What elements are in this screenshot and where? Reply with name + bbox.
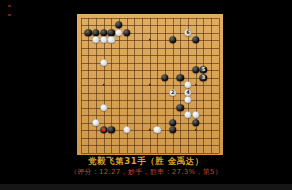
white-stone: 2 bbox=[169, 89, 176, 96]
white-stone bbox=[100, 59, 107, 66]
white-stone bbox=[154, 126, 161, 133]
black-stone bbox=[123, 29, 130, 36]
black-stone bbox=[169, 119, 176, 126]
grid-line bbox=[81, 93, 219, 94]
white-stone bbox=[108, 36, 115, 43]
grid-line bbox=[81, 153, 219, 154]
move-number-label: 4 bbox=[186, 90, 189, 95]
black-stone bbox=[108, 126, 115, 133]
letterbox-strip bbox=[0, 184, 292, 190]
move-number-label: 3 bbox=[202, 75, 205, 80]
grid-line bbox=[81, 100, 219, 101]
black-stone bbox=[169, 36, 176, 43]
video-artifact-speck bbox=[8, 14, 11, 16]
black-stone bbox=[169, 126, 176, 133]
grid-line bbox=[219, 18, 220, 153]
white-stone: 4 bbox=[184, 89, 191, 96]
grid-line bbox=[203, 18, 204, 153]
black-stone bbox=[177, 104, 184, 111]
black-stone bbox=[115, 21, 122, 28]
white-stone bbox=[192, 111, 199, 118]
white-stone bbox=[92, 36, 99, 43]
move-number-label: 6 bbox=[186, 30, 189, 35]
video-artifact-speck bbox=[8, 5, 11, 7]
video-frame: 65324 党毅飞第31手（胜 金禹达） （评分：12.27，妙手，胜率：27.… bbox=[0, 0, 292, 190]
go-board[interactable]: 65324 bbox=[77, 14, 223, 155]
black-stone bbox=[177, 74, 184, 81]
white-stone bbox=[184, 96, 191, 103]
white-stone bbox=[184, 81, 191, 88]
white-stone bbox=[100, 104, 107, 111]
evaluation-caption: （评分：12.27，妙手，胜率：27.3%，第5） bbox=[0, 167, 292, 177]
black-stone: 5 bbox=[200, 66, 207, 73]
white-stone bbox=[92, 119, 99, 126]
white-stone bbox=[115, 29, 122, 36]
black-stone bbox=[161, 74, 168, 81]
white-stone bbox=[184, 111, 191, 118]
white-stone: 6 bbox=[184, 29, 191, 36]
last-move-marker bbox=[102, 129, 105, 132]
move-number-label: 2 bbox=[171, 90, 174, 95]
grid-line bbox=[165, 18, 166, 153]
grid-line bbox=[81, 145, 219, 146]
grid-line bbox=[180, 18, 181, 153]
white-stone bbox=[123, 126, 130, 133]
black-stone bbox=[192, 36, 199, 43]
black-stone bbox=[108, 29, 115, 36]
black-stone bbox=[100, 126, 107, 133]
grid-line bbox=[81, 138, 219, 139]
black-stone bbox=[85, 29, 92, 36]
black-stone bbox=[192, 66, 199, 73]
move-number-label: 5 bbox=[202, 67, 205, 72]
grid-line bbox=[211, 18, 212, 153]
black-stone: 3 bbox=[200, 74, 207, 81]
black-stone bbox=[100, 29, 107, 36]
black-stone bbox=[92, 29, 99, 36]
white-stone bbox=[100, 36, 107, 43]
black-stone bbox=[192, 119, 199, 126]
